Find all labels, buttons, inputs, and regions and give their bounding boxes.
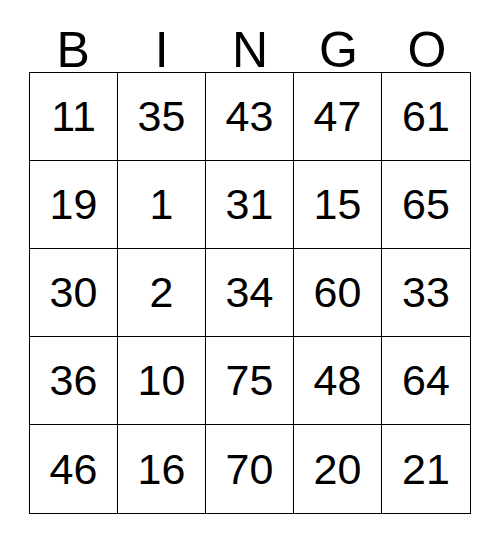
bingo-cell-r5c1[interactable]: 46	[30, 425, 118, 513]
bingo-cell-r1c4[interactable]: 47	[294, 73, 382, 161]
bingo-cell-r3c5[interactable]: 33	[382, 249, 470, 337]
bingo-cell-r2c2[interactable]: 1	[118, 161, 206, 249]
bingo-cell-r3c2[interactable]: 2	[118, 249, 206, 337]
bingo-cell-r4c2[interactable]: 10	[118, 337, 206, 425]
bingo-cell-r5c5[interactable]: 21	[382, 425, 470, 513]
bingo-cell-r3c1[interactable]: 30	[30, 249, 118, 337]
bingo-header: B I N G O	[29, 0, 471, 72]
bingo-cell-r4c3[interactable]: 75	[206, 337, 294, 425]
bingo-cell-r1c1[interactable]: 11	[30, 73, 118, 161]
header-letter-i: I	[117, 3, 205, 75]
bingo-cell-r2c3[interactable]: 31	[206, 161, 294, 249]
bingo-cell-r2c1[interactable]: 19	[30, 161, 118, 249]
bingo-cell-r2c4[interactable]: 15	[294, 161, 382, 249]
bingo-cell-r1c5[interactable]: 61	[382, 73, 470, 161]
header-letter-g: G	[294, 3, 382, 75]
bingo-cell-r4c1[interactable]: 36	[30, 337, 118, 425]
bingo-cell-r5c3[interactable]: 70	[206, 425, 294, 513]
bingo-cell-r5c4[interactable]: 20	[294, 425, 382, 513]
bingo-cell-r2c5[interactable]: 65	[382, 161, 470, 249]
header-letter-b: B	[29, 3, 117, 75]
bingo-cell-r3c4[interactable]: 60	[294, 249, 382, 337]
bingo-cell-r4c5[interactable]: 64	[382, 337, 470, 425]
bingo-cell-r4c4[interactable]: 48	[294, 337, 382, 425]
header-letter-n: N	[206, 3, 294, 75]
bingo-cell-r1c3[interactable]: 43	[206, 73, 294, 161]
bingo-grid: 11 35 43 47 61 19 1 31 15 65 30 2 34 60 …	[29, 72, 471, 514]
bingo-card: B I N G O 11 35 43 47 61 19 1 31 15 65 3…	[29, 0, 471, 514]
bingo-cell-r3c3[interactable]: 34	[206, 249, 294, 337]
bingo-cell-r1c2[interactable]: 35	[118, 73, 206, 161]
bingo-cell-r5c2[interactable]: 16	[118, 425, 206, 513]
header-letter-o: O	[383, 3, 471, 75]
